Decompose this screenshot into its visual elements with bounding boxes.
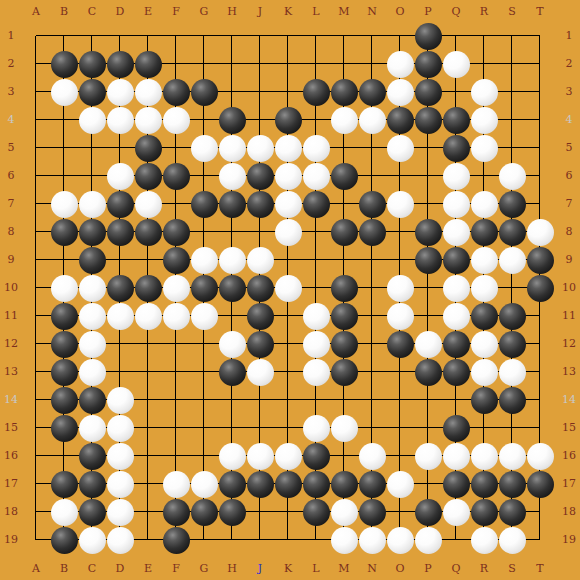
- point-D2[interactable]: [106, 50, 134, 78]
- point-B3[interactable]: [50, 78, 78, 106]
- point-B4[interactable]: [50, 106, 78, 134]
- point-H9[interactable]: [218, 246, 246, 274]
- point-F6[interactable]: [162, 162, 190, 190]
- point-O10[interactable]: [386, 274, 414, 302]
- point-H14[interactable]: [218, 386, 246, 414]
- point-Q1[interactable]: [442, 22, 470, 50]
- point-A7[interactable]: [22, 190, 50, 218]
- point-J12[interactable]: [246, 330, 274, 358]
- point-M9[interactable]: [330, 246, 358, 274]
- point-Q8[interactable]: [442, 218, 470, 246]
- point-D11[interactable]: [106, 302, 134, 330]
- point-G17[interactable]: [190, 470, 218, 498]
- point-C16[interactable]: [78, 442, 106, 470]
- point-R11[interactable]: [470, 302, 498, 330]
- point-H6[interactable]: [218, 162, 246, 190]
- point-L11[interactable]: [302, 302, 330, 330]
- point-S19[interactable]: [498, 526, 526, 554]
- point-B13[interactable]: [50, 358, 78, 386]
- point-A18[interactable]: [22, 498, 50, 526]
- point-G7[interactable]: [190, 190, 218, 218]
- point-D6[interactable]: [106, 162, 134, 190]
- point-H16[interactable]: [218, 442, 246, 470]
- point-O14[interactable]: [386, 386, 414, 414]
- point-F19[interactable]: [162, 526, 190, 554]
- point-D9[interactable]: [106, 246, 134, 274]
- point-O12[interactable]: [386, 330, 414, 358]
- point-O18[interactable]: [386, 498, 414, 526]
- point-M6[interactable]: [330, 162, 358, 190]
- point-L16[interactable]: [302, 442, 330, 470]
- point-S12[interactable]: [498, 330, 526, 358]
- point-F1[interactable]: [162, 22, 190, 50]
- point-Q6[interactable]: [442, 162, 470, 190]
- point-H2[interactable]: [218, 50, 246, 78]
- point-A10[interactable]: [22, 274, 50, 302]
- point-H15[interactable]: [218, 414, 246, 442]
- point-F10[interactable]: [162, 274, 190, 302]
- point-D14[interactable]: [106, 386, 134, 414]
- point-M12[interactable]: [330, 330, 358, 358]
- point-N14[interactable]: [358, 386, 386, 414]
- point-M18[interactable]: [330, 498, 358, 526]
- point-R6[interactable]: [470, 162, 498, 190]
- point-C8[interactable]: [78, 218, 106, 246]
- point-M13[interactable]: [330, 358, 358, 386]
- point-M15[interactable]: [330, 414, 358, 442]
- point-B2[interactable]: [50, 50, 78, 78]
- point-H5[interactable]: [218, 134, 246, 162]
- point-R16[interactable]: [470, 442, 498, 470]
- point-C5[interactable]: [78, 134, 106, 162]
- point-P10[interactable]: [414, 274, 442, 302]
- point-J19[interactable]: [246, 526, 274, 554]
- point-T15[interactable]: [526, 414, 554, 442]
- point-G13[interactable]: [190, 358, 218, 386]
- point-B15[interactable]: [50, 414, 78, 442]
- point-S6[interactable]: [498, 162, 526, 190]
- point-L15[interactable]: [302, 414, 330, 442]
- point-F12[interactable]: [162, 330, 190, 358]
- point-P2[interactable]: [414, 50, 442, 78]
- point-K14[interactable]: [274, 386, 302, 414]
- point-T3[interactable]: [526, 78, 554, 106]
- point-L3[interactable]: [302, 78, 330, 106]
- point-F18[interactable]: [162, 498, 190, 526]
- point-D17[interactable]: [106, 470, 134, 498]
- point-C17[interactable]: [78, 470, 106, 498]
- point-N15[interactable]: [358, 414, 386, 442]
- point-N18[interactable]: [358, 498, 386, 526]
- point-M3[interactable]: [330, 78, 358, 106]
- point-A5[interactable]: [22, 134, 50, 162]
- point-H12[interactable]: [218, 330, 246, 358]
- point-A8[interactable]: [22, 218, 50, 246]
- point-M5[interactable]: [330, 134, 358, 162]
- point-S9[interactable]: [498, 246, 526, 274]
- point-L5[interactable]: [302, 134, 330, 162]
- point-R9[interactable]: [470, 246, 498, 274]
- point-G1[interactable]: [190, 22, 218, 50]
- point-E15[interactable]: [134, 414, 162, 442]
- point-K7[interactable]: [274, 190, 302, 218]
- point-R8[interactable]: [470, 218, 498, 246]
- point-E9[interactable]: [134, 246, 162, 274]
- point-O16[interactable]: [386, 442, 414, 470]
- point-D3[interactable]: [106, 78, 134, 106]
- point-O17[interactable]: [386, 470, 414, 498]
- point-N17[interactable]: [358, 470, 386, 498]
- point-R3[interactable]: [470, 78, 498, 106]
- point-H8[interactable]: [218, 218, 246, 246]
- point-N9[interactable]: [358, 246, 386, 274]
- point-L13[interactable]: [302, 358, 330, 386]
- point-O3[interactable]: [386, 78, 414, 106]
- point-A19[interactable]: [22, 526, 50, 554]
- point-C7[interactable]: [78, 190, 106, 218]
- point-N7[interactable]: [358, 190, 386, 218]
- point-Q7[interactable]: [442, 190, 470, 218]
- point-K1[interactable]: [274, 22, 302, 50]
- point-N3[interactable]: [358, 78, 386, 106]
- point-F2[interactable]: [162, 50, 190, 78]
- point-B1[interactable]: [50, 22, 78, 50]
- point-H10[interactable]: [218, 274, 246, 302]
- point-A16[interactable]: [22, 442, 50, 470]
- point-T4[interactable]: [526, 106, 554, 134]
- point-T13[interactable]: [526, 358, 554, 386]
- point-H3[interactable]: [218, 78, 246, 106]
- point-A2[interactable]: [22, 50, 50, 78]
- point-L17[interactable]: [302, 470, 330, 498]
- point-Q16[interactable]: [442, 442, 470, 470]
- point-G14[interactable]: [190, 386, 218, 414]
- point-E13[interactable]: [134, 358, 162, 386]
- point-R15[interactable]: [470, 414, 498, 442]
- point-L6[interactable]: [302, 162, 330, 190]
- point-E17[interactable]: [134, 470, 162, 498]
- point-S4[interactable]: [498, 106, 526, 134]
- point-K15[interactable]: [274, 414, 302, 442]
- point-P1[interactable]: [414, 22, 442, 50]
- point-L8[interactable]: [302, 218, 330, 246]
- point-D19[interactable]: [106, 526, 134, 554]
- point-C4[interactable]: [78, 106, 106, 134]
- point-B9[interactable]: [50, 246, 78, 274]
- point-H1[interactable]: [218, 22, 246, 50]
- point-J2[interactable]: [246, 50, 274, 78]
- point-T5[interactable]: [526, 134, 554, 162]
- point-R5[interactable]: [470, 134, 498, 162]
- point-O6[interactable]: [386, 162, 414, 190]
- point-L14[interactable]: [302, 386, 330, 414]
- point-A15[interactable]: [22, 414, 50, 442]
- point-P16[interactable]: [414, 442, 442, 470]
- point-J1[interactable]: [246, 22, 274, 50]
- point-Q19[interactable]: [442, 526, 470, 554]
- point-L19[interactable]: [302, 526, 330, 554]
- point-A11[interactable]: [22, 302, 50, 330]
- point-T18[interactable]: [526, 498, 554, 526]
- point-N6[interactable]: [358, 162, 386, 190]
- point-G3[interactable]: [190, 78, 218, 106]
- point-P6[interactable]: [414, 162, 442, 190]
- point-D16[interactable]: [106, 442, 134, 470]
- point-B7[interactable]: [50, 190, 78, 218]
- point-D10[interactable]: [106, 274, 134, 302]
- point-S10[interactable]: [498, 274, 526, 302]
- point-A9[interactable]: [22, 246, 50, 274]
- point-G18[interactable]: [190, 498, 218, 526]
- point-P8[interactable]: [414, 218, 442, 246]
- point-K16[interactable]: [274, 442, 302, 470]
- point-H17[interactable]: [218, 470, 246, 498]
- point-M17[interactable]: [330, 470, 358, 498]
- point-T2[interactable]: [526, 50, 554, 78]
- point-P18[interactable]: [414, 498, 442, 526]
- point-T16[interactable]: [526, 442, 554, 470]
- point-H11[interactable]: [218, 302, 246, 330]
- point-N16[interactable]: [358, 442, 386, 470]
- point-G4[interactable]: [190, 106, 218, 134]
- point-K11[interactable]: [274, 302, 302, 330]
- point-J10[interactable]: [246, 274, 274, 302]
- point-P15[interactable]: [414, 414, 442, 442]
- point-N1[interactable]: [358, 22, 386, 50]
- point-N8[interactable]: [358, 218, 386, 246]
- point-T10[interactable]: [526, 274, 554, 302]
- point-T6[interactable]: [526, 162, 554, 190]
- point-K6[interactable]: [274, 162, 302, 190]
- point-B6[interactable]: [50, 162, 78, 190]
- point-M19[interactable]: [330, 526, 358, 554]
- point-C11[interactable]: [78, 302, 106, 330]
- point-M10[interactable]: [330, 274, 358, 302]
- point-D7[interactable]: [106, 190, 134, 218]
- point-A13[interactable]: [22, 358, 50, 386]
- point-A17[interactable]: [22, 470, 50, 498]
- point-Q10[interactable]: [442, 274, 470, 302]
- point-K17[interactable]: [274, 470, 302, 498]
- point-Q14[interactable]: [442, 386, 470, 414]
- point-L18[interactable]: [302, 498, 330, 526]
- point-S13[interactable]: [498, 358, 526, 386]
- point-E16[interactable]: [134, 442, 162, 470]
- point-J5[interactable]: [246, 134, 274, 162]
- point-Q15[interactable]: [442, 414, 470, 442]
- point-L10[interactable]: [302, 274, 330, 302]
- point-F8[interactable]: [162, 218, 190, 246]
- point-R4[interactable]: [470, 106, 498, 134]
- point-J14[interactable]: [246, 386, 274, 414]
- point-F11[interactable]: [162, 302, 190, 330]
- point-R12[interactable]: [470, 330, 498, 358]
- point-O4[interactable]: [386, 106, 414, 134]
- point-P4[interactable]: [414, 106, 442, 134]
- point-E5[interactable]: [134, 134, 162, 162]
- point-E6[interactable]: [134, 162, 162, 190]
- point-S17[interactable]: [498, 470, 526, 498]
- point-S8[interactable]: [498, 218, 526, 246]
- point-J11[interactable]: [246, 302, 274, 330]
- point-D18[interactable]: [106, 498, 134, 526]
- point-G6[interactable]: [190, 162, 218, 190]
- point-S18[interactable]: [498, 498, 526, 526]
- point-K5[interactable]: [274, 134, 302, 162]
- point-O1[interactable]: [386, 22, 414, 50]
- point-R14[interactable]: [470, 386, 498, 414]
- point-F16[interactable]: [162, 442, 190, 470]
- point-M1[interactable]: [330, 22, 358, 50]
- point-K19[interactable]: [274, 526, 302, 554]
- point-J9[interactable]: [246, 246, 274, 274]
- point-G19[interactable]: [190, 526, 218, 554]
- point-Q2[interactable]: [442, 50, 470, 78]
- point-Q12[interactable]: [442, 330, 470, 358]
- point-S16[interactable]: [498, 442, 526, 470]
- point-E10[interactable]: [134, 274, 162, 302]
- point-H19[interactable]: [218, 526, 246, 554]
- point-B19[interactable]: [50, 526, 78, 554]
- point-M14[interactable]: [330, 386, 358, 414]
- point-P3[interactable]: [414, 78, 442, 106]
- point-D4[interactable]: [106, 106, 134, 134]
- point-J15[interactable]: [246, 414, 274, 442]
- point-R13[interactable]: [470, 358, 498, 386]
- point-O13[interactable]: [386, 358, 414, 386]
- point-S11[interactable]: [498, 302, 526, 330]
- point-S7[interactable]: [498, 190, 526, 218]
- point-P7[interactable]: [414, 190, 442, 218]
- point-O11[interactable]: [386, 302, 414, 330]
- point-E2[interactable]: [134, 50, 162, 78]
- point-K3[interactable]: [274, 78, 302, 106]
- point-B17[interactable]: [50, 470, 78, 498]
- point-T9[interactable]: [526, 246, 554, 274]
- point-E19[interactable]: [134, 526, 162, 554]
- point-F4[interactable]: [162, 106, 190, 134]
- point-N5[interactable]: [358, 134, 386, 162]
- point-S15[interactable]: [498, 414, 526, 442]
- point-O15[interactable]: [386, 414, 414, 442]
- point-G10[interactable]: [190, 274, 218, 302]
- point-E8[interactable]: [134, 218, 162, 246]
- point-J16[interactable]: [246, 442, 274, 470]
- point-K13[interactable]: [274, 358, 302, 386]
- point-R1[interactable]: [470, 22, 498, 50]
- point-D15[interactable]: [106, 414, 134, 442]
- point-G11[interactable]: [190, 302, 218, 330]
- point-F13[interactable]: [162, 358, 190, 386]
- point-L12[interactable]: [302, 330, 330, 358]
- point-D1[interactable]: [106, 22, 134, 50]
- point-T11[interactable]: [526, 302, 554, 330]
- point-T19[interactable]: [526, 526, 554, 554]
- point-E4[interactable]: [134, 106, 162, 134]
- point-D13[interactable]: [106, 358, 134, 386]
- point-B16[interactable]: [50, 442, 78, 470]
- point-F17[interactable]: [162, 470, 190, 498]
- point-H4[interactable]: [218, 106, 246, 134]
- point-B18[interactable]: [50, 498, 78, 526]
- point-K9[interactable]: [274, 246, 302, 274]
- point-J7[interactable]: [246, 190, 274, 218]
- point-P9[interactable]: [414, 246, 442, 274]
- point-K8[interactable]: [274, 218, 302, 246]
- point-P14[interactable]: [414, 386, 442, 414]
- point-N4[interactable]: [358, 106, 386, 134]
- point-C3[interactable]: [78, 78, 106, 106]
- point-S1[interactable]: [498, 22, 526, 50]
- point-F3[interactable]: [162, 78, 190, 106]
- point-J4[interactable]: [246, 106, 274, 134]
- point-C14[interactable]: [78, 386, 106, 414]
- point-M4[interactable]: [330, 106, 358, 134]
- point-R7[interactable]: [470, 190, 498, 218]
- point-Q11[interactable]: [442, 302, 470, 330]
- point-K2[interactable]: [274, 50, 302, 78]
- point-T7[interactable]: [526, 190, 554, 218]
- point-Q5[interactable]: [442, 134, 470, 162]
- point-C13[interactable]: [78, 358, 106, 386]
- point-O5[interactable]: [386, 134, 414, 162]
- point-E11[interactable]: [134, 302, 162, 330]
- point-N19[interactable]: [358, 526, 386, 554]
- point-N12[interactable]: [358, 330, 386, 358]
- point-P11[interactable]: [414, 302, 442, 330]
- point-S3[interactable]: [498, 78, 526, 106]
- point-E14[interactable]: [134, 386, 162, 414]
- point-T12[interactable]: [526, 330, 554, 358]
- point-F7[interactable]: [162, 190, 190, 218]
- point-Q17[interactable]: [442, 470, 470, 498]
- point-P13[interactable]: [414, 358, 442, 386]
- point-F5[interactable]: [162, 134, 190, 162]
- point-J8[interactable]: [246, 218, 274, 246]
- point-L9[interactable]: [302, 246, 330, 274]
- point-K10[interactable]: [274, 274, 302, 302]
- point-B10[interactable]: [50, 274, 78, 302]
- point-C1[interactable]: [78, 22, 106, 50]
- point-Q13[interactable]: [442, 358, 470, 386]
- point-G16[interactable]: [190, 442, 218, 470]
- point-P5[interactable]: [414, 134, 442, 162]
- point-R17[interactable]: [470, 470, 498, 498]
- point-S5[interactable]: [498, 134, 526, 162]
- point-J6[interactable]: [246, 162, 274, 190]
- point-C18[interactable]: [78, 498, 106, 526]
- point-Q18[interactable]: [442, 498, 470, 526]
- point-N13[interactable]: [358, 358, 386, 386]
- point-E1[interactable]: [134, 22, 162, 50]
- point-R18[interactable]: [470, 498, 498, 526]
- point-O9[interactable]: [386, 246, 414, 274]
- point-A12[interactable]: [22, 330, 50, 358]
- point-S2[interactable]: [498, 50, 526, 78]
- point-H18[interactable]: [218, 498, 246, 526]
- point-C9[interactable]: [78, 246, 106, 274]
- point-C10[interactable]: [78, 274, 106, 302]
- point-M7[interactable]: [330, 190, 358, 218]
- point-P19[interactable]: [414, 526, 442, 554]
- point-J3[interactable]: [246, 78, 274, 106]
- point-H7[interactable]: [218, 190, 246, 218]
- point-G5[interactable]: [190, 134, 218, 162]
- point-Q9[interactable]: [442, 246, 470, 274]
- point-O8[interactable]: [386, 218, 414, 246]
- point-L4[interactable]: [302, 106, 330, 134]
- point-G15[interactable]: [190, 414, 218, 442]
